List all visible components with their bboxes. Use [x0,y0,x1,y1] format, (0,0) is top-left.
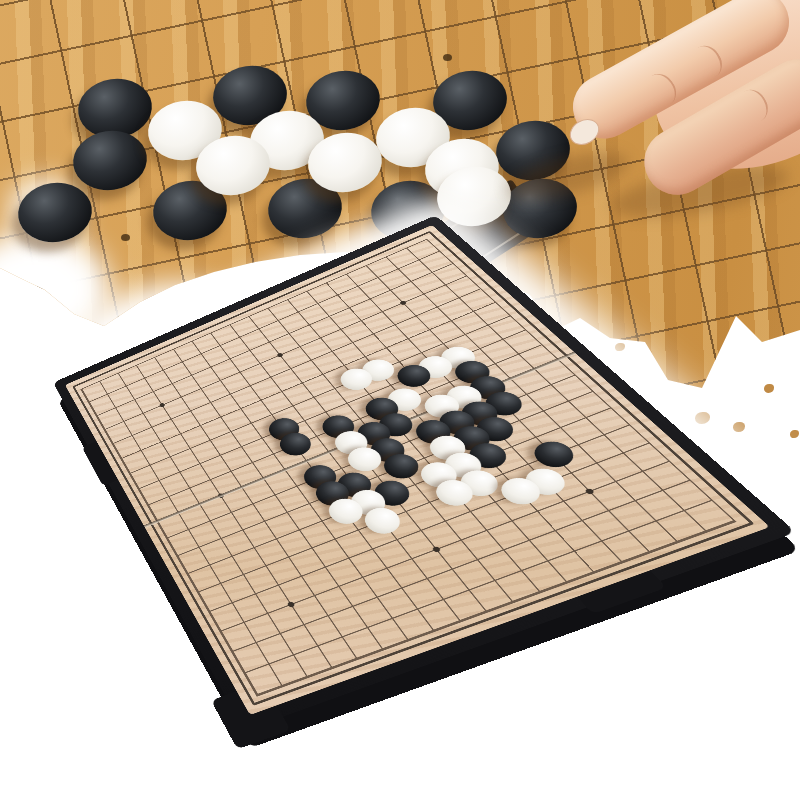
hand [540,0,800,235]
black-go-stone [14,178,95,247]
product-photo-stage [0,0,800,800]
black-go-stone [69,126,150,195]
